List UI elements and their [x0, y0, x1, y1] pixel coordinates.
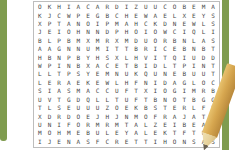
grid-cell[interactable]: M	[93, 37, 103, 45]
grid-cell[interactable]: P	[74, 11, 84, 19]
grid-cell[interactable]: T	[208, 70, 218, 78]
grid-cell[interactable]: B	[45, 53, 55, 61]
grid-cell[interactable]: L	[45, 70, 55, 78]
grid-cell[interactable]: F	[131, 96, 141, 104]
grid-cell[interactable]: X	[179, 11, 189, 19]
grid-cell[interactable]: D	[160, 20, 170, 28]
grid-cell[interactable]: N	[141, 79, 151, 87]
grid-cell[interactable]: L	[170, 11, 180, 19]
grid-cell[interactable]: U	[35, 121, 45, 129]
grid-cell[interactable]: H	[122, 28, 132, 36]
grid-cell[interactable]: A	[93, 3, 103, 11]
grid-cell[interactable]: X	[35, 20, 45, 28]
grid-cell[interactable]: H	[74, 28, 84, 36]
grid-cell[interactable]: A	[122, 20, 132, 28]
grid-cell[interactable]: M	[93, 45, 103, 53]
grid-cell[interactable]: E	[112, 62, 122, 70]
grid-cell[interactable]: Q	[141, 70, 151, 78]
grid-cell[interactable]: G	[54, 45, 64, 53]
grid-cell[interactable]: E	[54, 138, 64, 146]
grid-cell[interactable]: F	[64, 121, 74, 129]
grid-cell[interactable]: I	[64, 3, 74, 11]
grid-cell[interactable]: L	[102, 129, 112, 137]
grid-cell[interactable]: R	[54, 79, 64, 87]
grid-cell[interactable]: I	[179, 53, 189, 61]
grid-cell[interactable]: E	[122, 138, 132, 146]
grid-cell[interactable]: E	[160, 121, 170, 129]
grid-cell[interactable]: B	[151, 96, 161, 104]
grid-cell[interactable]: B	[131, 62, 141, 70]
grid-cell[interactable]: U	[189, 53, 199, 61]
grid-cell[interactable]: R	[102, 3, 112, 11]
grid-cell[interactable]: C	[102, 62, 112, 70]
grid-cell[interactable]: S	[208, 11, 218, 19]
grid-cell[interactable]: N	[112, 70, 122, 78]
grid-cell[interactable]: I	[54, 62, 64, 70]
grid-cell[interactable]: H	[160, 138, 170, 146]
grid-cell[interactable]: Q	[170, 53, 180, 61]
grid-cell[interactable]: O	[74, 121, 84, 129]
grid-cell[interactable]: O	[74, 112, 84, 120]
grid-cell[interactable]: U	[141, 37, 151, 45]
grid-cell[interactable]: A	[189, 112, 199, 120]
grid-cell[interactable]: I	[141, 28, 151, 36]
grid-cell[interactable]: U	[122, 96, 132, 104]
grid-cell[interactable]: B	[199, 45, 209, 53]
grid-cell[interactable]: Z	[102, 104, 112, 112]
grid-cell[interactable]: O	[170, 96, 180, 104]
grid-cell[interactable]: F	[199, 104, 209, 112]
grid-cell[interactable]: N	[45, 121, 55, 129]
grid-cell[interactable]: N	[160, 96, 170, 104]
grid-cell[interactable]: K	[131, 70, 141, 78]
grid-cell[interactable]: U	[83, 45, 93, 53]
grid-cell[interactable]: E	[131, 11, 141, 19]
grid-cell[interactable]: A	[151, 11, 161, 19]
grid-cell[interactable]: T	[54, 70, 64, 78]
grid-cell[interactable]: H	[54, 129, 64, 137]
grid-cell[interactable]: M	[112, 121, 122, 129]
grid-cell[interactable]: P	[45, 62, 55, 70]
grid-cell[interactable]: N	[179, 138, 189, 146]
grid-cell[interactable]: I	[35, 138, 45, 146]
grid-cell[interactable]: B	[35, 37, 45, 45]
grid-cell[interactable]: V	[45, 96, 55, 104]
grid-cell[interactable]: S	[83, 138, 93, 146]
grid-cell[interactable]: F	[122, 87, 132, 95]
grid-cell[interactable]: G	[199, 96, 209, 104]
grid-cell[interactable]: C	[54, 11, 64, 19]
grid-cell[interactable]: M	[199, 3, 209, 11]
grid-cell[interactable]: L	[141, 121, 151, 129]
grid-cell[interactable]: V	[141, 53, 151, 61]
grid-cell[interactable]: T	[179, 96, 189, 104]
grid-cell[interactable]: H	[122, 11, 132, 19]
grid-cell[interactable]: C	[102, 138, 112, 146]
grid-cell[interactable]: L	[189, 79, 199, 87]
grid-cell[interactable]: I	[151, 138, 161, 146]
grid-cell[interactable]: C	[102, 87, 112, 95]
grid-cell[interactable]: M	[112, 20, 122, 28]
grid-cell[interactable]: H	[122, 79, 132, 87]
grid-cell[interactable]: E	[112, 129, 122, 137]
grid-cell[interactable]: H	[131, 20, 141, 28]
grid-cell[interactable]: L	[189, 104, 199, 112]
grid-cell[interactable]: E	[189, 121, 199, 129]
grid-cell[interactable]: U	[35, 96, 45, 104]
grid-cell[interactable]: I	[45, 87, 55, 95]
grid-cell[interactable]: U	[189, 70, 199, 78]
grid-cell[interactable]: R	[83, 121, 93, 129]
grid-cell[interactable]: W	[64, 11, 74, 19]
grid-cell[interactable]: T	[189, 129, 199, 137]
grid-cell[interactable]: N	[64, 138, 74, 146]
grid-cell[interactable]: J	[45, 138, 55, 146]
grid-cell[interactable]: E	[189, 11, 199, 19]
grid-cell[interactable]: X	[83, 37, 93, 45]
grid-cell[interactable]: S	[64, 87, 74, 95]
grid-cell[interactable]: R	[160, 112, 170, 120]
grid-cell[interactable]: J	[179, 112, 189, 120]
grid-cell[interactable]: N	[160, 70, 170, 78]
grid-cell[interactable]: D	[151, 62, 161, 70]
grid-cell[interactable]: L	[35, 79, 45, 87]
grid-cell[interactable]: T	[160, 104, 170, 112]
grid-cell[interactable]: N	[122, 112, 132, 120]
grid-cell[interactable]: P	[102, 20, 112, 28]
grid-cell[interactable]: I	[170, 121, 180, 129]
grid-cell[interactable]: M	[64, 129, 74, 137]
grid-cell[interactable]: F	[179, 129, 189, 137]
grid-cell[interactable]: K	[35, 11, 45, 19]
grid-cell[interactable]: N	[64, 45, 74, 53]
grid-cell[interactable]: H	[35, 53, 45, 61]
grid-cell[interactable]: K	[45, 3, 55, 11]
grid-cell[interactable]: E	[170, 104, 180, 112]
grid-cell[interactable]: B	[170, 37, 180, 45]
grid-cell[interactable]: M	[93, 121, 103, 129]
grid-cell[interactable]: P	[45, 20, 55, 28]
grid-cell[interactable]: A	[74, 138, 84, 146]
grid-cell[interactable]: I	[141, 62, 151, 70]
grid-cell[interactable]: E	[45, 28, 55, 36]
grid-cell[interactable]: F	[93, 138, 103, 146]
grid-cell[interactable]: I	[151, 87, 161, 95]
grid-cell[interactable]: X	[83, 62, 93, 70]
grid-cell[interactable]: B	[189, 96, 199, 104]
grid-cell[interactable]: N	[54, 53, 64, 61]
grid-cell[interactable]: T	[141, 96, 151, 104]
grid-cell[interactable]: S	[151, 104, 161, 112]
grid-cell[interactable]: O	[83, 20, 93, 28]
grid-cell[interactable]: B	[141, 104, 151, 112]
grid-cell[interactable]: Y	[122, 129, 132, 137]
grid-cell[interactable]: R	[160, 37, 170, 45]
grid-cell[interactable]: E	[151, 129, 161, 137]
grid-cell[interactable]: U	[199, 70, 209, 78]
grid-cell[interactable]: L	[199, 20, 209, 28]
grid-cell[interactable]: K	[151, 20, 161, 28]
grid-cell[interactable]: N	[74, 20, 84, 28]
grid-cell[interactable]: B	[64, 37, 74, 45]
grid-cell[interactable]: W	[35, 62, 45, 70]
grid-cell[interactable]: T	[122, 45, 132, 53]
grid-cell[interactable]: Y	[199, 11, 209, 19]
grid-cell[interactable]: L	[102, 96, 112, 104]
grid-cell[interactable]: B	[179, 121, 189, 129]
grid-cell[interactable]: I	[179, 28, 189, 36]
grid-cell[interactable]: O	[141, 112, 151, 120]
grid-cell[interactable]: E	[45, 79, 55, 87]
grid-cell[interactable]: I	[54, 28, 64, 36]
grid-cell[interactable]: T	[54, 96, 64, 104]
grid-cell[interactable]: N	[64, 62, 74, 70]
grid-cell[interactable]: A	[93, 62, 103, 70]
grid-cell[interactable]: D	[131, 37, 141, 45]
grid-cell[interactable]: O	[170, 3, 180, 11]
grid-cell[interactable]: R	[179, 104, 189, 112]
grid-cell[interactable]: R	[199, 87, 209, 95]
grid-cell[interactable]: S	[74, 70, 84, 78]
grid-cell[interactable]: U	[93, 129, 103, 137]
grid-cell[interactable]: E	[83, 112, 93, 120]
grid-cell[interactable]: M	[74, 37, 84, 45]
grid-cell[interactable]: J	[35, 28, 45, 36]
grid-cell[interactable]: R	[102, 37, 112, 45]
grid-cell[interactable]: M	[35, 129, 45, 137]
grid-cell[interactable]: O	[45, 129, 55, 137]
grid-cell[interactable]: T	[208, 62, 218, 70]
grid-cell[interactable]: R	[112, 138, 122, 146]
grid-cell[interactable]: L	[199, 28, 209, 36]
grid-cell[interactable]: L	[112, 79, 122, 87]
grid-cell[interactable]: J	[45, 11, 55, 19]
grid-cell[interactable]: K	[160, 129, 170, 137]
grid-cell[interactable]: T	[131, 138, 141, 146]
grid-cell[interactable]: E	[170, 70, 180, 78]
grid-cell[interactable]: X	[35, 112, 45, 120]
grid-cell[interactable]: L	[45, 104, 55, 112]
grid-cell[interactable]: D	[64, 112, 74, 120]
grid-cell[interactable]: N	[179, 37, 189, 45]
grid-cell[interactable]: L	[45, 37, 55, 45]
grid-cell[interactable]: R	[141, 45, 151, 53]
grid-cell[interactable]: E	[170, 45, 180, 53]
grid-cell[interactable]: A	[74, 3, 84, 11]
grid-cell[interactable]: U	[83, 104, 93, 112]
grid-cell[interactable]: A	[131, 129, 141, 137]
grid-cell[interactable]: T	[122, 121, 132, 129]
grid-cell[interactable]: H	[102, 112, 112, 120]
grid-cell[interactable]: O	[151, 37, 161, 45]
grid-cell[interactable]: M	[122, 37, 132, 45]
grid-cell[interactable]: E	[74, 79, 84, 87]
grid-cell[interactable]: R	[102, 121, 112, 129]
grid-cell[interactable]: I	[189, 62, 199, 70]
grid-cell[interactable]: B	[179, 45, 189, 53]
grid-cell[interactable]: A	[170, 112, 180, 120]
grid-cell[interactable]: C	[141, 20, 151, 28]
grid-cell[interactable]: T	[112, 45, 122, 53]
grid-cell[interactable]: E	[93, 70, 103, 78]
grid-cell[interactable]: N	[199, 62, 209, 70]
grid-cell[interactable]: I	[208, 28, 218, 36]
grid-cell[interactable]: C	[93, 87, 103, 95]
grid-cell[interactable]: U	[141, 3, 151, 11]
grid-cell[interactable]: T	[208, 45, 218, 53]
grid-cell[interactable]: I	[179, 87, 189, 95]
grid-cell[interactable]: S	[102, 53, 112, 61]
grid-cell[interactable]: C	[160, 3, 170, 11]
grid-cell[interactable]: O	[131, 28, 141, 36]
grid-cell[interactable]: A	[45, 45, 55, 53]
grid-cell[interactable]: M	[189, 87, 199, 95]
grid-cell[interactable]: E	[64, 104, 74, 112]
grid-cell[interactable]: O	[170, 138, 180, 146]
grid-cell[interactable]: I	[151, 45, 161, 53]
grid-cell[interactable]: H	[131, 53, 141, 61]
grid-cell[interactable]: D	[45, 112, 55, 120]
grid-cell[interactable]: Y	[83, 53, 93, 61]
grid-cell[interactable]: G	[179, 79, 189, 87]
grid-cell[interactable]: N	[74, 45, 84, 53]
grid-cell[interactable]: S	[208, 37, 218, 45]
grid-cell[interactable]: T	[54, 20, 64, 28]
grid-cell[interactable]: P	[64, 70, 74, 78]
grid-cell[interactable]: O	[64, 28, 74, 36]
grid-cell[interactable]: N	[189, 45, 199, 53]
grid-cell[interactable]: X	[112, 53, 122, 61]
grid-cell[interactable]: T	[122, 62, 132, 70]
grid-cell[interactable]: K	[131, 104, 141, 112]
grid-cell[interactable]: T	[141, 138, 151, 146]
grid-cell[interactable]: E	[83, 11, 93, 19]
grid-cell[interactable]: T	[112, 96, 122, 104]
grid-cell[interactable]: D	[160, 79, 170, 87]
grid-cell[interactable]: Z	[151, 121, 161, 129]
grid-cell[interactable]: F	[151, 112, 161, 120]
grid-cell[interactable]: C	[160, 45, 170, 53]
grid-cell[interactable]: C	[112, 11, 122, 19]
grid-cell[interactable]: T	[170, 62, 180, 70]
grid-cell[interactable]: C	[208, 79, 218, 87]
grid-cell[interactable]: X	[141, 87, 151, 95]
grid-cell[interactable]: U	[122, 70, 132, 78]
grid-cell[interactable]: U	[151, 3, 161, 11]
grid-cell[interactable]: F	[131, 79, 141, 87]
grid-cell[interactable]: D	[208, 53, 218, 61]
grid-cell[interactable]: A	[170, 79, 180, 87]
grid-cell[interactable]: R	[54, 112, 64, 120]
grid-cell[interactable]: O	[112, 104, 122, 112]
grid-cell[interactable]: T	[170, 129, 180, 137]
grid-cell[interactable]: B	[179, 3, 189, 11]
grid-cell[interactable]: S	[208, 20, 218, 28]
grid-cell[interactable]: E	[160, 11, 170, 19]
grid-cell[interactable]: L	[141, 129, 151, 137]
grid-cell[interactable]: D	[102, 28, 112, 36]
grid-cell[interactable]: I	[93, 20, 103, 28]
grid-cell[interactable]: W	[102, 79, 112, 87]
grid-cell[interactable]: W	[160, 28, 170, 36]
grid-cell[interactable]: Y	[83, 70, 93, 78]
grid-cell[interactable]: A	[208, 3, 218, 11]
grid-cell[interactable]: J	[112, 112, 122, 120]
grid-cell[interactable]: U	[112, 87, 122, 95]
grid-cell[interactable]: K	[83, 79, 93, 87]
grid-cell[interactable]: E	[189, 3, 199, 11]
grid-cell[interactable]: D	[199, 53, 209, 61]
grid-cell[interactable]: A	[83, 87, 93, 95]
grid-cell[interactable]: P	[54, 37, 64, 45]
grid-cell[interactable]: B	[83, 129, 93, 137]
grid-cell[interactable]: X	[112, 37, 122, 45]
grid-cell[interactable]: C	[83, 3, 93, 11]
grid-cell[interactable]: B	[131, 45, 141, 53]
grid-cell[interactable]: A	[54, 87, 64, 95]
grid-cell[interactable]: U	[151, 70, 161, 78]
grid-cell[interactable]: L	[122, 53, 132, 61]
grid-cell[interactable]: B	[102, 11, 112, 19]
grid-cell[interactable]: G	[93, 11, 103, 19]
grid-cell[interactable]: G	[170, 87, 180, 95]
grid-cell[interactable]: H	[54, 3, 64, 11]
grid-cell[interactable]: U	[74, 104, 84, 112]
grid-cell[interactable]: B	[74, 62, 84, 70]
grid-cell[interactable]: H	[93, 53, 103, 61]
grid-cell[interactable]: C	[170, 28, 180, 36]
grid-cell[interactable]: S	[54, 104, 64, 112]
grid-cell[interactable]: M	[131, 112, 141, 120]
grid-cell[interactable]: D	[112, 3, 122, 11]
grid-cell[interactable]: N	[170, 20, 180, 28]
grid-cell[interactable]: I	[102, 45, 112, 53]
grid-cell[interactable]: U	[93, 104, 103, 112]
grid-cell[interactable]: E	[74, 129, 84, 137]
grid-cell[interactable]: Z	[131, 3, 141, 11]
grid-cell[interactable]: L	[160, 62, 170, 70]
grid-cell[interactable]: L	[35, 70, 45, 78]
grid-cell[interactable]: L	[93, 96, 103, 104]
grid-cell[interactable]: G	[64, 96, 74, 104]
grid-cell[interactable]: T	[131, 87, 141, 95]
grid-cell[interactable]: O	[151, 28, 161, 36]
grid-cell[interactable]: O	[35, 3, 45, 11]
grid-cell[interactable]: A	[35, 45, 45, 53]
grid-cell[interactable]: E	[179, 20, 189, 28]
grid-cell[interactable]: W	[189, 20, 199, 28]
grid-cell[interactable]: T	[160, 53, 170, 61]
grid-cell[interactable]: I	[122, 3, 132, 11]
grid-cell[interactable]: D	[74, 96, 84, 104]
grid-cell[interactable]: M	[74, 87, 84, 95]
grid-cell[interactable]: Q	[189, 28, 199, 36]
grid-cell[interactable]: P	[179, 62, 189, 70]
grid-cell[interactable]: T	[35, 104, 45, 112]
grid-cell[interactable]: O	[160, 87, 170, 95]
grid-cell[interactable]: B	[74, 53, 84, 61]
grid-cell[interactable]: E	[93, 79, 103, 87]
grid-cell[interactable]: S	[35, 87, 45, 95]
grid-cell[interactable]: M	[102, 70, 112, 78]
grid-cell[interactable]: N	[93, 28, 103, 36]
grid-cell[interactable]: A	[131, 121, 141, 129]
grid-cell[interactable]: N	[83, 28, 93, 36]
grid-cell[interactable]: I	[151, 79, 161, 87]
grid-cell[interactable]: O	[199, 79, 209, 87]
grid-cell[interactable]: Q	[83, 96, 93, 104]
grid-cell[interactable]: I	[54, 121, 64, 129]
